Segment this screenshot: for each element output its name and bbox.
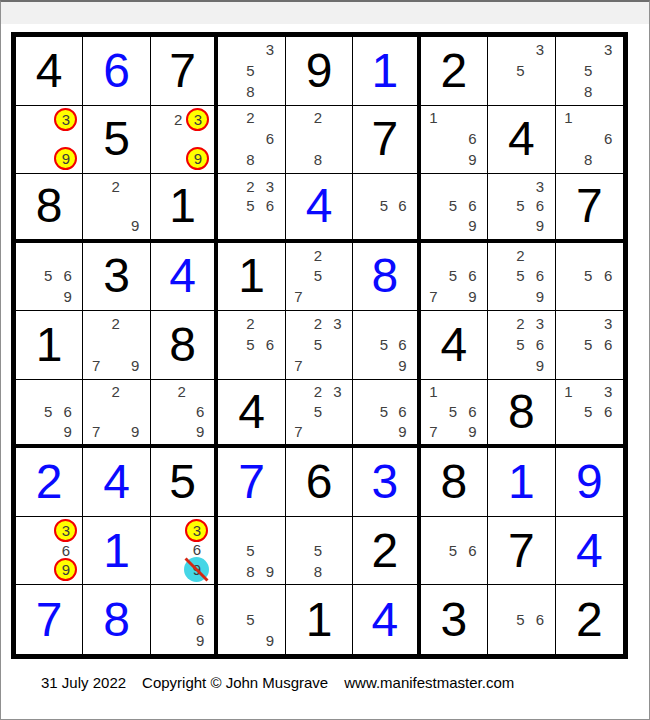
given-digit: 5 <box>103 115 130 163</box>
sudoku-cell-r6c6[interactable]: 569 <box>353 380 420 449</box>
solved-digit: 1 <box>103 527 130 575</box>
sudoku-cell-r7c9[interactable]: 9 <box>556 448 623 517</box>
sudoku-cell-r7c4[interactable]: 7 <box>218 448 285 517</box>
pencil-marks: 2357 <box>289 382 347 442</box>
given-digit: 2 <box>372 527 399 575</box>
candidate-9: 9 <box>54 147 77 170</box>
candidate-9: 9 <box>463 421 482 441</box>
candidate-6: 6 <box>393 402 411 422</box>
sudoku-cell-r2c6[interactable]: 7 <box>353 106 420 175</box>
sudoku-cell-r2c8[interactable]: 4 <box>488 106 555 175</box>
candidate-3: 3 <box>54 108 77 131</box>
candidate-6: 6 <box>58 266 77 287</box>
sudoku-cell-r7c7[interactable]: 8 <box>421 448 488 517</box>
sudoku-cell-r2c3[interactable]: 239 <box>151 106 218 175</box>
sudoku-cell-r4c1[interactable]: 569 <box>16 243 83 312</box>
given-digit: 7 <box>508 527 535 575</box>
candidate-8: 8 <box>241 81 260 102</box>
candidate-5: 5 <box>308 334 327 355</box>
footer: 31 July 2022 Copyright © John Musgrave w… <box>41 674 514 691</box>
pencil-marks: 257 <box>289 245 347 308</box>
pencil-marks: 239 <box>154 108 209 171</box>
pencil-marks: 369 <box>154 519 209 582</box>
candidate-7: 7 <box>86 355 105 376</box>
candidate-9: 9 <box>184 557 209 582</box>
candidate-1: 1 <box>424 382 443 402</box>
sudoku-cell-r1c1[interactable]: 4 <box>16 37 83 106</box>
pencil-marks: 56 <box>424 519 482 582</box>
sudoku-cell-r6c3[interactable]: 269 <box>151 380 218 449</box>
candidate-6: 6 <box>260 196 279 216</box>
candidate-5: 5 <box>511 334 530 355</box>
pencil-marks: 28 <box>289 108 347 171</box>
candidate-5: 5 <box>241 334 260 355</box>
candidate-5: 5 <box>375 334 393 355</box>
sudoku-cell-r3c2[interactable]: 29 <box>83 174 150 243</box>
candidate-2: 2 <box>511 245 530 266</box>
candidate-6: 6 <box>598 128 618 149</box>
candidate-9: 9 <box>260 630 279 651</box>
candidate-6: 6 <box>530 196 549 216</box>
pencil-marks: 569 <box>356 313 411 376</box>
pencil-marks: 279 <box>86 382 144 442</box>
candidate-9: 9 <box>58 286 77 307</box>
candidate-6: 6 <box>393 334 411 355</box>
given-digit: 8 <box>169 321 196 369</box>
sudoku-cell-r3c1[interactable]: 8 <box>16 174 83 243</box>
given-digit: 4 <box>36 47 63 95</box>
candidate-5: 5 <box>511 60 530 81</box>
given-digit: 8 <box>36 182 63 230</box>
pencil-marks: 589 <box>221 519 279 582</box>
sudoku-cell-r9c7[interactable]: 3 <box>421 585 488 654</box>
candidate-8: 8 <box>578 81 598 102</box>
solved-digit: 8 <box>103 596 130 644</box>
solved-digit: 2 <box>36 458 63 506</box>
candidate-3: 3 <box>530 313 549 334</box>
given-digit: 8 <box>441 458 468 506</box>
pencil-marks: 569 <box>19 382 77 442</box>
sudoku-cell-r4c2[interactable]: 3 <box>83 243 150 312</box>
sudoku-cell-r9c6[interactable]: 4 <box>353 585 420 654</box>
candidate-6: 6 <box>191 402 209 422</box>
solved-digit: 1 <box>372 47 399 95</box>
given-digit: 7 <box>169 47 196 95</box>
candidate-9: 9 <box>186 147 209 170</box>
sudoku-cell-r6c8[interactable]: 8 <box>488 380 555 449</box>
candidate-5: 5 <box>443 402 462 422</box>
sudoku-cell-r7c5[interactable]: 6 <box>286 448 353 517</box>
candidate-3: 3 <box>184 519 209 542</box>
candidate-2: 2 <box>241 176 260 196</box>
pencil-marks: 58 <box>289 519 347 582</box>
sudoku-cell-r4c8[interactable]: 2569 <box>488 243 555 312</box>
window-titlebar <box>1 2 649 24</box>
solved-digit: 8 <box>372 252 399 300</box>
pencil-marks: 3569 <box>491 176 549 236</box>
candidate-3: 3 <box>598 382 618 402</box>
given-digit: 4 <box>238 388 265 436</box>
sudoku-cell-r2c5[interactable]: 28 <box>286 106 353 175</box>
candidate-9: 9 <box>530 216 549 236</box>
candidate-3: 3 <box>598 313 618 334</box>
sudoku-cell-r3c6[interactable]: 56 <box>353 174 420 243</box>
footer-copyright: Copyright © John Musgrave <box>142 674 328 691</box>
given-digit: 6 <box>306 458 333 506</box>
candidate-6: 6 <box>463 196 482 216</box>
candidate-7: 7 <box>289 286 308 307</box>
candidate-2: 2 <box>308 245 327 266</box>
candidate-2: 2 <box>106 382 125 402</box>
footer-website[interactable]: www.manifestmaster.com <box>344 674 514 691</box>
solved-digit: 9 <box>576 458 603 506</box>
given-digit: 2 <box>441 47 468 95</box>
solved-digit: 1 <box>508 458 535 506</box>
sudoku-cell-r5c1[interactable]: 1 <box>16 311 83 380</box>
candidate-2: 2 <box>241 108 260 129</box>
candidate-5: 5 <box>578 334 598 355</box>
highlighted-candidate-circle: 3 <box>186 108 209 131</box>
candidate-2: 2 <box>241 313 260 334</box>
candidate-9: 9 <box>393 421 411 441</box>
given-digit: 4 <box>441 321 468 369</box>
sudoku-cell-r8c4[interactable]: 589 <box>218 517 285 586</box>
highlighted-candidate-circle: 3 <box>54 108 77 131</box>
sudoku-cell-r6c1[interactable]: 569 <box>16 380 83 449</box>
sudoku-cell-r6c5[interactable]: 2357 <box>286 380 353 449</box>
candidate-6: 6 <box>260 334 279 355</box>
sudoku-cell-r8c2[interactable]: 1 <box>83 517 150 586</box>
candidate-6: 6 <box>598 266 618 287</box>
sudoku-cell-r9c1[interactable]: 7 <box>16 585 83 654</box>
sudoku-cell-r1c5[interactable]: 9 <box>286 37 353 106</box>
highlighted-candidate-circle: 9 <box>54 147 77 170</box>
pencil-marks: 569 <box>19 245 77 308</box>
candidate-9: 9 <box>530 355 549 376</box>
candidate-9: 9 <box>54 558 77 581</box>
candidate-5: 5 <box>241 540 260 561</box>
pencil-marks: 56 <box>491 587 549 651</box>
candidate-1: 1 <box>559 108 579 129</box>
sudoku-cell-r4c4[interactable]: 1 <box>218 243 285 312</box>
candidate-2: 2 <box>308 108 327 129</box>
sudoku-cell-r2c4[interactable]: 268 <box>218 106 285 175</box>
pencil-marks: 56 <box>356 176 411 236</box>
candidate-6: 6 <box>598 402 618 422</box>
candidate-2: 2 <box>170 108 186 131</box>
candidate-6: 6 <box>54 542 77 559</box>
sudoku-cell-r1c8[interactable]: 35 <box>488 37 555 106</box>
candidate-6: 6 <box>184 542 209 557</box>
sudoku-cell-r5c9[interactable]: 356 <box>556 311 623 380</box>
sudoku-cell-r1c4[interactable]: 358 <box>218 37 285 106</box>
candidate-5: 5 <box>38 266 57 287</box>
pencil-marks: 279 <box>86 313 144 376</box>
given-digit: 8 <box>508 388 535 436</box>
candidate-3: 3 <box>260 39 279 60</box>
highlighted-candidate-circle: 3 <box>185 519 208 542</box>
candidate-9: 9 <box>463 216 482 236</box>
sudoku-cell-r8c3[interactable]: 369 <box>151 517 218 586</box>
footer-date: 31 July 2022 <box>41 674 126 691</box>
sudoku-cell-r4c6[interactable]: 8 <box>353 243 420 312</box>
candidate-9: 9 <box>58 421 77 441</box>
solved-digit: 3 <box>372 458 399 506</box>
pencil-marks: 69 <box>154 587 209 651</box>
sudoku-board: 4673589123535839523926828716941688291235… <box>11 32 628 659</box>
pencil-marks: 169 <box>424 108 482 171</box>
sudoku-cell-r8c5[interactable]: 58 <box>286 517 353 586</box>
candidate-5: 5 <box>308 540 327 561</box>
candidate-1: 1 <box>559 382 579 402</box>
sudoku-cell-r9c3[interactable]: 69 <box>151 585 218 654</box>
sudoku-cell-r1c6[interactable]: 1 <box>353 37 420 106</box>
candidate-9: 9 <box>463 286 482 307</box>
candidate-5: 5 <box>241 609 260 630</box>
solved-digit: 4 <box>169 252 196 300</box>
sudoku-cell-r2c7[interactable]: 169 <box>421 106 488 175</box>
candidate-9: 9 <box>191 630 209 651</box>
candidate-5: 5 <box>38 402 57 422</box>
candidate-6: 6 <box>393 196 411 216</box>
sudoku-cell-r6c4[interactable]: 4 <box>218 380 285 449</box>
sudoku-cell-r9c4[interactable]: 59 <box>218 585 285 654</box>
sudoku-cell-r4c9[interactable]: 56 <box>556 243 623 312</box>
candidate-9: 9 <box>125 216 144 236</box>
pencil-marks: 268 <box>221 108 279 171</box>
candidate-2: 2 <box>106 176 125 196</box>
candidate-6: 6 <box>58 402 77 422</box>
candidate-6: 6 <box>463 266 482 287</box>
sudoku-cell-r7c3[interactable]: 5 <box>151 448 218 517</box>
sudoku-cell-r8c9[interactable]: 4 <box>556 517 623 586</box>
candidate-7: 7 <box>86 421 105 441</box>
candidate-8: 8 <box>308 561 327 582</box>
candidate-9: 9 <box>125 355 144 376</box>
pencil-marks: 168 <box>559 108 618 171</box>
pencil-marks: 2357 <box>289 313 347 376</box>
eliminated-candidate-circle: 9 <box>184 557 209 582</box>
candidate-7: 7 <box>289 355 308 376</box>
sudoku-cell-r7c8[interactable]: 1 <box>488 448 555 517</box>
candidate-8: 8 <box>308 149 327 170</box>
sudoku-cell-r5c2[interactable]: 279 <box>83 311 150 380</box>
candidate-5: 5 <box>443 540 462 561</box>
pencil-marks: 358 <box>221 39 279 102</box>
sudoku-cell-r5c7[interactable]: 4 <box>421 311 488 380</box>
given-digit: 1 <box>306 596 333 644</box>
sudoku-cell-r4c3[interactable]: 4 <box>151 243 218 312</box>
sudoku-cell-r3c4[interactable]: 2356 <box>218 174 285 243</box>
candidate-5: 5 <box>511 196 530 216</box>
solved-digit: 4 <box>372 596 399 644</box>
candidate-9: 9 <box>463 149 482 170</box>
sudoku-cell-r5c8[interactable]: 23569 <box>488 311 555 380</box>
given-digit: 3 <box>441 596 468 644</box>
pencil-marks: 2356 <box>221 176 279 236</box>
pencil-marks: 39 <box>19 108 77 171</box>
candidate-3: 3 <box>260 176 279 196</box>
sudoku-cell-r9c8[interactable]: 56 <box>488 585 555 654</box>
given-digit: 7 <box>576 182 603 230</box>
sudoku-cell-r5c3[interactable]: 8 <box>151 311 218 380</box>
sudoku-cell-r1c9[interactable]: 358 <box>556 37 623 106</box>
sudoku-cell-r3c7[interactable]: 569 <box>421 174 488 243</box>
candidate-5: 5 <box>375 196 393 216</box>
given-digit: 1 <box>238 252 265 300</box>
solved-digit: 6 <box>103 47 130 95</box>
given-digit: 1 <box>36 321 63 369</box>
sudoku-cell-r3c8[interactable]: 3569 <box>488 174 555 243</box>
sudoku-cell-r5c6[interactable]: 569 <box>353 311 420 380</box>
pencil-marks: 29 <box>86 176 144 236</box>
candidate-6: 6 <box>530 609 549 630</box>
candidate-3: 3 <box>54 519 77 542</box>
candidate-2: 2 <box>511 313 530 334</box>
pencil-marks: 1356 <box>559 382 618 442</box>
pencil-marks: 35 <box>491 39 549 102</box>
candidate-3: 3 <box>598 39 618 60</box>
candidate-5: 5 <box>511 609 530 630</box>
given-digit: 5 <box>169 458 196 506</box>
sudoku-cell-r8c7[interactable]: 56 <box>421 517 488 586</box>
pencil-marks: 569 <box>356 382 411 442</box>
pencil-marks: 5679 <box>424 245 482 308</box>
given-digit: 9 <box>306 47 333 95</box>
candidate-5: 5 <box>241 196 260 216</box>
given-digit: 2 <box>576 596 603 644</box>
pencil-marks: 15679 <box>424 382 482 442</box>
candidate-5: 5 <box>443 266 462 287</box>
sudoku-cell-r5c5[interactable]: 2357 <box>286 311 353 380</box>
highlighted-candidate-circle: 9 <box>186 147 209 170</box>
candidate-5: 5 <box>308 402 327 422</box>
candidate-6: 6 <box>191 609 209 630</box>
candidate-5: 5 <box>443 196 462 216</box>
pencil-marks: 56 <box>559 245 618 308</box>
sudoku-cell-r2c1[interactable]: 39 <box>16 106 83 175</box>
candidate-8: 8 <box>241 149 260 170</box>
candidate-5: 5 <box>578 60 598 81</box>
given-digit: 4 <box>508 115 535 163</box>
sudoku-cell-r8c8[interactable]: 7 <box>488 517 555 586</box>
sudoku-cell-r6c7[interactable]: 15679 <box>421 380 488 449</box>
sudoku-cell-r2c9[interactable]: 168 <box>556 106 623 175</box>
highlighted-candidate-circle: 3 <box>54 519 77 542</box>
candidate-9: 9 <box>530 286 549 307</box>
solved-digit: 7 <box>36 596 63 644</box>
sudoku-cell-r2c2[interactable]: 5 <box>83 106 150 175</box>
sudoku-cell-r1c7[interactable]: 2 <box>421 37 488 106</box>
pencil-marks: 369 <box>19 519 77 582</box>
candidate-9: 9 <box>191 421 209 441</box>
candidate-6: 6 <box>463 540 482 561</box>
given-digit: 1 <box>169 182 196 230</box>
candidate-7: 7 <box>424 421 443 441</box>
candidate-6: 6 <box>530 334 549 355</box>
pencil-marks: 569 <box>424 176 482 236</box>
sudoku-cell-r1c3[interactable]: 7 <box>151 37 218 106</box>
solved-digit: 4 <box>103 458 130 506</box>
sudoku-cell-r7c2[interactable]: 4 <box>83 448 150 517</box>
candidate-3: 3 <box>328 313 347 334</box>
solved-digit: 4 <box>576 527 603 575</box>
candidate-7: 7 <box>424 286 443 307</box>
candidate-7: 7 <box>289 421 308 441</box>
candidate-9: 9 <box>393 355 411 376</box>
candidate-5: 5 <box>241 60 260 81</box>
given-digit: 3 <box>103 252 130 300</box>
candidate-6: 6 <box>463 402 482 422</box>
app-window: 4673589123535839523926828716941688291235… <box>0 0 650 720</box>
pencil-marks: 356 <box>559 313 618 376</box>
pencil-marks: 2569 <box>491 245 549 308</box>
candidate-3: 3 <box>186 108 209 131</box>
candidate-3: 3 <box>530 39 549 60</box>
candidate-6: 6 <box>463 128 482 149</box>
candidate-3: 3 <box>328 382 347 402</box>
candidate-6: 6 <box>598 334 618 355</box>
sudoku-cell-r7c6[interactable]: 3 <box>353 448 420 517</box>
candidate-5: 5 <box>511 266 530 287</box>
candidate-8: 8 <box>578 149 598 170</box>
candidate-2: 2 <box>106 313 125 334</box>
sudoku-cell-r7c1[interactable]: 2 <box>16 448 83 517</box>
solved-digit: 4 <box>306 182 333 230</box>
sudoku-cell-r9c5[interactable]: 1 <box>286 585 353 654</box>
given-digit: 7 <box>372 115 399 163</box>
pencil-marks: 358 <box>559 39 618 102</box>
pencil-marks: 23569 <box>491 313 549 376</box>
sudoku-cell-r1c2[interactable]: 6 <box>83 37 150 106</box>
sudoku-cell-r9c2[interactable]: 8 <box>83 585 150 654</box>
candidate-1: 1 <box>424 108 443 129</box>
candidate-5: 5 <box>375 402 393 422</box>
candidate-9: 9 <box>260 561 279 582</box>
sudoku-cell-r4c5[interactable]: 257 <box>286 243 353 312</box>
pencil-marks: 59 <box>221 587 279 651</box>
highlighted-candidate-circle: 9 <box>54 558 77 581</box>
candidate-5: 5 <box>578 402 598 422</box>
candidate-6: 6 <box>530 266 549 287</box>
sudoku-cell-r3c9[interactable]: 7 <box>556 174 623 243</box>
sudoku-cell-r9c9[interactable]: 2 <box>556 585 623 654</box>
candidate-8: 8 <box>241 561 260 582</box>
sudoku-cell-r6c9[interactable]: 1356 <box>556 380 623 449</box>
candidate-6: 6 <box>260 128 279 149</box>
sudoku-cell-r3c5[interactable]: 4 <box>286 174 353 243</box>
candidate-3: 3 <box>530 176 549 196</box>
candidate-2: 2 <box>308 382 327 402</box>
candidate-5: 5 <box>308 266 327 287</box>
sudoku-cell-r5c4[interactable]: 256 <box>218 311 285 380</box>
sudoku-cell-r4c7[interactable]: 5679 <box>421 243 488 312</box>
sudoku-cell-r3c3[interactable]: 1 <box>151 174 218 243</box>
sudoku-cell-r8c1[interactable]: 369 <box>16 517 83 586</box>
sudoku-cell-r6c2[interactable]: 279 <box>83 380 150 449</box>
candidate-2: 2 <box>172 382 190 402</box>
sudoku-cell-r8c6[interactable]: 2 <box>353 517 420 586</box>
candidate-9: 9 <box>125 421 144 441</box>
pencil-marks: 256 <box>221 313 279 376</box>
candidate-5: 5 <box>578 266 598 287</box>
candidate-2: 2 <box>308 313 327 334</box>
solved-digit: 7 <box>238 458 265 506</box>
pencil-marks: 269 <box>154 382 209 442</box>
